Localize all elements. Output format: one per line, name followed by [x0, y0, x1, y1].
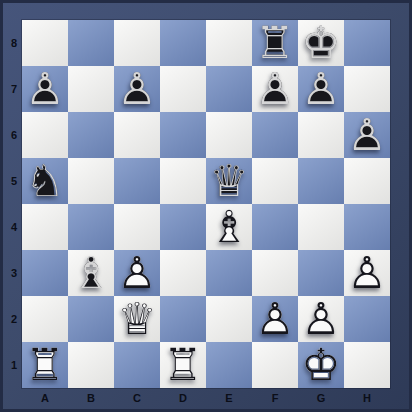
file-label-D: D — [160, 390, 206, 406]
square-d1[interactable]: ♜♖ — [160, 342, 206, 388]
square-h7[interactable] — [344, 66, 390, 112]
piece-bP-f7[interactable]: ♟♙ — [252, 66, 298, 112]
black-P-outline-glyph: ♙ — [22, 66, 68, 112]
white-Q-outline-glyph: ♕ — [114, 296, 160, 342]
square-c8[interactable] — [114, 20, 160, 66]
square-b2[interactable] — [68, 296, 114, 342]
square-c3[interactable]: ♟♙ — [114, 250, 160, 296]
file-label-E: E — [206, 390, 252, 406]
board-frame: 87654321 ♜♖♚♔♟♙♟♙♟♙♟♙♟♙♞♘♛♕♝♗♝♗♟♙♟♙♛♕♟♙♟… — [0, 0, 412, 412]
file-label-H: H — [344, 390, 390, 406]
rank-label-7: 7 — [3, 66, 22, 112]
white-P-outline-glyph: ♙ — [298, 296, 344, 342]
square-a2[interactable] — [22, 296, 68, 342]
square-e7[interactable] — [206, 66, 252, 112]
rank-label-5: 5 — [3, 158, 22, 204]
white-R-outline-glyph: ♖ — [160, 342, 206, 388]
file-label-B: B — [68, 390, 114, 406]
square-b7[interactable] — [68, 66, 114, 112]
square-a4[interactable] — [22, 204, 68, 250]
square-e1[interactable] — [206, 342, 252, 388]
square-a3[interactable] — [22, 250, 68, 296]
file-label-C: C — [114, 390, 160, 406]
white-R-outline-glyph: ♖ — [22, 342, 68, 388]
piece-wR-a1[interactable]: ♜♖ — [22, 342, 68, 388]
file-labels: ABCDEFGH — [22, 390, 390, 406]
black-K-outline-glyph: ♔ — [298, 20, 344, 66]
square-g1[interactable]: ♚♔ — [298, 342, 344, 388]
square-e4[interactable]: ♝♗ — [206, 204, 252, 250]
square-c4[interactable] — [114, 204, 160, 250]
square-d7[interactable] — [160, 66, 206, 112]
square-g8[interactable]: ♚♔ — [298, 20, 344, 66]
white-P-outline-glyph: ♙ — [344, 250, 390, 296]
rank-label-3: 3 — [3, 250, 22, 296]
square-g7[interactable]: ♟♙ — [298, 66, 344, 112]
square-f1[interactable] — [252, 342, 298, 388]
rank-label-8: 8 — [3, 20, 22, 66]
square-f2[interactable]: ♟♙ — [252, 296, 298, 342]
square-e2[interactable] — [206, 296, 252, 342]
square-b8[interactable] — [68, 20, 114, 66]
black-P-outline-glyph: ♙ — [114, 66, 160, 112]
black-P-outline-glyph: ♙ — [298, 66, 344, 112]
file-label-F: F — [252, 390, 298, 406]
black-N-outline-glyph: ♘ — [22, 158, 68, 204]
rank-label-1: 1 — [3, 342, 22, 388]
piece-wB-e4[interactable]: ♝♗ — [206, 204, 252, 250]
square-f4[interactable] — [252, 204, 298, 250]
square-g2[interactable]: ♟♙ — [298, 296, 344, 342]
piece-bB-b3[interactable]: ♝♗ — [68, 250, 114, 296]
square-f8[interactable]: ♜♖ — [252, 20, 298, 66]
black-R-outline-glyph: ♖ — [252, 20, 298, 66]
square-h3[interactable]: ♟♙ — [344, 250, 390, 296]
black-P-outline-glyph: ♙ — [344, 112, 390, 158]
square-d6[interactable] — [160, 112, 206, 158]
piece-wP-c3[interactable]: ♟♙ — [114, 250, 160, 296]
square-a1[interactable]: ♜♖ — [22, 342, 68, 388]
square-h4[interactable] — [344, 204, 390, 250]
piece-wK-g1[interactable]: ♚♔ — [298, 342, 344, 388]
square-d5[interactable] — [160, 158, 206, 204]
square-e8[interactable] — [206, 20, 252, 66]
white-B-outline-glyph: ♗ — [206, 204, 252, 250]
square-a8[interactable] — [22, 20, 68, 66]
square-c5[interactable] — [114, 158, 160, 204]
file-label-G: G — [298, 390, 344, 406]
square-h6[interactable]: ♟♙ — [344, 112, 390, 158]
square-f3[interactable] — [252, 250, 298, 296]
black-Q-outline-glyph: ♕ — [206, 158, 252, 204]
square-c7[interactable]: ♟♙ — [114, 66, 160, 112]
square-e3[interactable] — [206, 250, 252, 296]
square-d8[interactable] — [160, 20, 206, 66]
square-d3[interactable] — [160, 250, 206, 296]
piece-bP-g7[interactable]: ♟♙ — [298, 66, 344, 112]
black-B-outline-glyph: ♗ — [68, 250, 114, 296]
square-g3[interactable] — [298, 250, 344, 296]
square-e6[interactable] — [206, 112, 252, 158]
square-c6[interactable] — [114, 112, 160, 158]
rank-label-6: 6 — [3, 112, 22, 158]
square-d2[interactable] — [160, 296, 206, 342]
square-b3[interactable]: ♝♗ — [68, 250, 114, 296]
square-g6[interactable] — [298, 112, 344, 158]
square-f6[interactable] — [252, 112, 298, 158]
piece-wQ-c2[interactable]: ♛♕ — [114, 296, 160, 342]
piece-wP-f2[interactable]: ♟♙ — [252, 296, 298, 342]
square-a7[interactable]: ♟♙ — [22, 66, 68, 112]
piece-bN-a5[interactable]: ♞♘ — [22, 158, 68, 204]
square-b6[interactable] — [68, 112, 114, 158]
chess-board[interactable]: ♜♖♚♔♟♙♟♙♟♙♟♙♟♙♞♘♛♕♝♗♝♗♟♙♟♙♛♕♟♙♟♙♜♖♜♖♚♔ — [22, 20, 390, 388]
square-f7[interactable]: ♟♙ — [252, 66, 298, 112]
white-P-outline-glyph: ♙ — [114, 250, 160, 296]
square-b4[interactable] — [68, 204, 114, 250]
square-b1[interactable] — [68, 342, 114, 388]
square-g5[interactable] — [298, 158, 344, 204]
square-c2[interactable]: ♛♕ — [114, 296, 160, 342]
rank-labels: 87654321 — [3, 20, 22, 388]
black-P-outline-glyph: ♙ — [252, 66, 298, 112]
rank-label-2: 2 — [3, 296, 22, 342]
piece-wP-g2[interactable]: ♟♙ — [298, 296, 344, 342]
white-P-outline-glyph: ♙ — [252, 296, 298, 342]
piece-wR-d1[interactable]: ♜♖ — [160, 342, 206, 388]
square-h8[interactable] — [344, 20, 390, 66]
file-label-A: A — [22, 390, 68, 406]
piece-bP-h6[interactable]: ♟♙ — [344, 112, 390, 158]
white-K-outline-glyph: ♔ — [298, 342, 344, 388]
piece-bP-a7[interactable]: ♟♙ — [22, 66, 68, 112]
piece-bP-c7[interactable]: ♟♙ — [114, 66, 160, 112]
square-h2[interactable] — [344, 296, 390, 342]
rank-label-4: 4 — [3, 204, 22, 250]
piece-wP-h3[interactable]: ♟♙ — [344, 250, 390, 296]
square-e5[interactable]: ♛♕ — [206, 158, 252, 204]
piece-bQ-e5[interactable]: ♛♕ — [206, 158, 252, 204]
square-c1[interactable] — [114, 342, 160, 388]
square-h1[interactable] — [344, 342, 390, 388]
square-d4[interactable] — [160, 204, 206, 250]
square-a5[interactable]: ♞♘ — [22, 158, 68, 204]
square-f5[interactable] — [252, 158, 298, 204]
square-h5[interactable] — [344, 158, 390, 204]
piece-bK-g8[interactable]: ♚♔ — [298, 20, 344, 66]
square-g4[interactable] — [298, 204, 344, 250]
piece-bR-f8[interactable]: ♜♖ — [252, 20, 298, 66]
square-a6[interactable] — [22, 112, 68, 158]
square-b5[interactable] — [68, 158, 114, 204]
